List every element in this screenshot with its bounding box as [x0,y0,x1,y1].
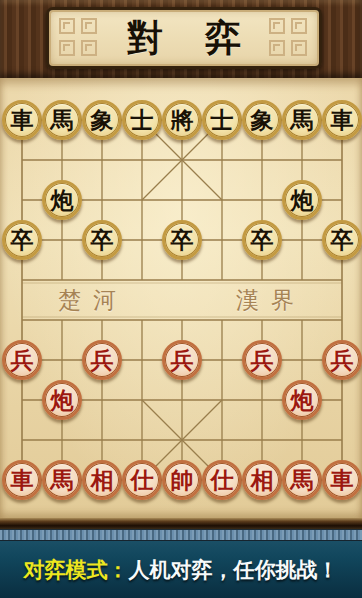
header: 對弈 [0,0,362,81]
board-bottom-frame [0,518,362,529]
piece-black-soldier[interactable]: 卒 [2,220,42,260]
page-title: 對弈 [85,20,283,56]
piece-black-general[interactable]: 將 [162,100,202,140]
piece-red-advisor[interactable]: 仕 [122,460,162,500]
piece-black-horse[interactable]: 馬 [42,100,82,140]
piece-red-soldier[interactable]: 兵 [162,340,202,380]
piece-red-soldier[interactable]: 兵 [322,340,362,380]
piece-black-soldier[interactable]: 卒 [162,220,202,260]
decorative-strip [0,529,362,541]
mode-text: 人机对弈，任你挑战！ [129,556,339,584]
piece-red-elephant[interactable]: 相 [242,460,282,500]
piece-red-chariot[interactable]: 車 [2,460,42,500]
piece-black-chariot[interactable]: 車 [322,100,362,140]
piece-black-elephant[interactable]: 象 [82,100,122,140]
piece-black-cannon[interactable]: 炮 [42,180,82,220]
piece-red-soldier[interactable]: 兵 [242,340,282,380]
river: 楚河 漢界 [22,280,342,320]
river-label-chu-he: 楚河 [58,285,128,316]
piece-black-cannon[interactable]: 炮 [282,180,322,220]
spiral-icon [81,40,97,56]
piece-black-horse[interactable]: 馬 [282,100,322,140]
spiral-icon [269,40,285,56]
piece-red-horse[interactable]: 馬 [282,460,322,500]
spiral-icon [59,18,75,34]
piece-red-soldier[interactable]: 兵 [2,340,42,380]
river-label-han-jie: 漢界 [236,285,306,316]
piece-black-elephant[interactable]: 象 [242,100,282,140]
spiral-icon [59,40,75,56]
greek-key-ornament-left [59,18,99,58]
piece-red-cannon[interactable]: 炮 [282,380,322,420]
piece-red-advisor[interactable]: 仕 [202,460,242,500]
piece-red-general[interactable]: 帥 [162,460,202,500]
greek-key-ornament-right [269,18,309,58]
piece-black-soldier[interactable]: 卒 [322,220,362,260]
mode-label: 对弈模式： [24,556,129,584]
piece-black-advisor[interactable]: 士 [202,100,242,140]
spiral-icon [291,40,307,56]
piece-black-advisor[interactable]: 士 [122,100,162,140]
spiral-icon [269,18,285,34]
status-bar: 对弈模式： 人机对弈，任你挑战！ [0,541,362,598]
piece-red-chariot[interactable]: 車 [322,460,362,500]
spiral-icon [291,18,307,34]
xiangqi-board[interactable]: 楚河 漢界 車馬象士將士象馬車炮炮卒卒卒卒卒兵兵兵兵兵炮炮車馬相仕帥仕相馬車 [0,78,362,518]
spiral-icon [81,18,97,34]
piece-red-horse[interactable]: 馬 [42,460,82,500]
piece-red-soldier[interactable]: 兵 [82,340,122,380]
piece-black-chariot[interactable]: 車 [2,100,42,140]
piece-red-cannon[interactable]: 炮 [42,380,82,420]
piece-black-soldier[interactable]: 卒 [242,220,282,260]
title-plaque: 對弈 [46,7,322,69]
piece-red-elephant[interactable]: 相 [82,460,122,500]
xiangqi-app: 對弈 楚河 漢界 車馬象士 [0,0,362,598]
piece-black-soldier[interactable]: 卒 [82,220,122,260]
